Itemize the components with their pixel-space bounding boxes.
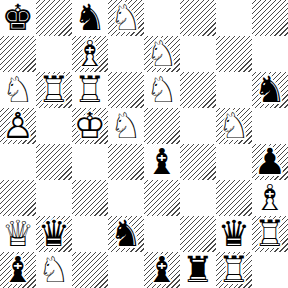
square-h4[interactable]: ♟♟ — [252, 144, 288, 180]
square-c2[interactable] — [72, 216, 108, 252]
piece-black-queen-g2[interactable]: ♛ — [216, 216, 252, 252]
square-b2[interactable]: ♛♛ — [36, 216, 72, 252]
piece-backing: ♚ — [0, 0, 36, 36]
square-b3[interactable] — [36, 180, 72, 216]
square-a7[interactable] — [0, 36, 36, 72]
square-e6[interactable]: ♞♘ — [144, 72, 180, 108]
square-c1[interactable] — [72, 252, 108, 288]
square-a3[interactable] — [0, 180, 36, 216]
square-d4[interactable] — [108, 144, 144, 180]
piece-backing: ♞ — [108, 0, 144, 36]
square-g5[interactable]: ♞♘ — [216, 108, 252, 144]
square-g2[interactable]: ♛♛ — [216, 216, 252, 252]
square-d2[interactable]: ♞♞ — [108, 216, 144, 252]
square-b6[interactable]: ♜♖ — [36, 72, 72, 108]
square-e3[interactable] — [144, 180, 180, 216]
square-h1[interactable] — [252, 252, 288, 288]
square-f5[interactable] — [180, 108, 216, 144]
piece-backing: ♜ — [36, 72, 72, 108]
piece-backing: ♞ — [72, 0, 108, 36]
square-d7[interactable] — [108, 36, 144, 72]
square-e8[interactable] — [144, 0, 180, 36]
piece-backing: ♞ — [144, 36, 180, 72]
piece-backing: ♝ — [72, 36, 108, 72]
piece-white-pawn-a5[interactable]: ♙ — [0, 108, 36, 144]
piece-white-knight-g5[interactable]: ♘ — [216, 108, 252, 144]
piece-backing: ♟ — [252, 144, 288, 180]
square-d8[interactable]: ♞♘ — [108, 0, 144, 36]
square-f8[interactable] — [180, 0, 216, 36]
square-h3[interactable]: ♝♗ — [252, 180, 288, 216]
piece-black-bishop-a1[interactable]: ♝ — [0, 252, 36, 288]
square-f1[interactable]: ♜♜ — [180, 252, 216, 288]
square-a4[interactable] — [0, 144, 36, 180]
square-g1[interactable]: ♜♖ — [216, 252, 252, 288]
square-b5[interactable] — [36, 108, 72, 144]
square-a6[interactable]: ♞♘ — [0, 72, 36, 108]
square-a8[interactable]: ♚♚ — [0, 0, 36, 36]
piece-backing: ♛ — [36, 216, 72, 252]
piece-backing: ♛ — [216, 216, 252, 252]
piece-black-king-a8[interactable]: ♚ — [0, 0, 36, 36]
square-c6[interactable]: ♜♖ — [72, 72, 108, 108]
square-b8[interactable] — [36, 0, 72, 36]
square-g4[interactable] — [216, 144, 252, 180]
piece-backing: ♞ — [216, 108, 252, 144]
piece-black-rook-f1[interactable]: ♜ — [180, 252, 216, 288]
square-c4[interactable] — [72, 144, 108, 180]
square-a5[interactable]: ♟♙ — [0, 108, 36, 144]
piece-backing: ♞ — [36, 252, 72, 288]
piece-backing: ♟ — [0, 108, 36, 144]
square-e2[interactable] — [144, 216, 180, 252]
square-g8[interactable] — [216, 0, 252, 36]
piece-backing: ♞ — [0, 72, 36, 108]
square-h6[interactable]: ♞♞ — [252, 72, 288, 108]
piece-backing: ♚ — [72, 108, 108, 144]
piece-white-knight-a6[interactable]: ♘ — [0, 72, 36, 108]
piece-white-queen-a2[interactable]: ♕ — [0, 216, 36, 252]
piece-backing: ♝ — [0, 252, 36, 288]
piece-backing: ♜ — [180, 252, 216, 288]
piece-white-bishop-c7[interactable]: ♗ — [72, 36, 108, 72]
square-b7[interactable] — [36, 36, 72, 72]
piece-backing: ♜ — [72, 72, 108, 108]
square-d3[interactable] — [108, 180, 144, 216]
piece-white-knight-d5[interactable]: ♘ — [108, 108, 144, 144]
square-g3[interactable] — [216, 180, 252, 216]
piece-white-rook-c6[interactable]: ♖ — [72, 72, 108, 108]
square-h7[interactable] — [252, 36, 288, 72]
square-e5[interactable] — [144, 108, 180, 144]
square-f4[interactable] — [180, 144, 216, 180]
square-f3[interactable] — [180, 180, 216, 216]
square-d5[interactable]: ♞♘ — [108, 108, 144, 144]
square-f7[interactable] — [180, 36, 216, 72]
square-e1[interactable]: ♝♝ — [144, 252, 180, 288]
square-g7[interactable] — [216, 36, 252, 72]
piece-black-knight-h6[interactable]: ♞ — [252, 72, 288, 108]
square-e4[interactable]: ♝♝ — [144, 144, 180, 180]
piece-white-knight-e7[interactable]: ♘ — [144, 36, 180, 72]
piece-backing: ♞ — [144, 72, 180, 108]
piece-black-bishop-e1[interactable]: ♝ — [144, 252, 180, 288]
square-c8[interactable]: ♞♞ — [72, 0, 108, 36]
piece-backing: ♞ — [108, 216, 144, 252]
piece-white-knight-e6[interactable]: ♘ — [144, 72, 180, 108]
piece-black-queen-b2[interactable]: ♛ — [36, 216, 72, 252]
piece-black-knight-c8[interactable]: ♞ — [72, 0, 108, 36]
piece-backing: ♞ — [108, 108, 144, 144]
piece-white-rook-h2[interactable]: ♖ — [252, 216, 288, 252]
piece-white-rook-g1[interactable]: ♖ — [216, 252, 252, 288]
piece-backing: ♞ — [252, 72, 288, 108]
square-f2[interactable] — [180, 216, 216, 252]
square-b1[interactable]: ♞♘ — [36, 252, 72, 288]
piece-black-knight-d2[interactable]: ♞ — [108, 216, 144, 252]
piece-backing: ♛ — [0, 216, 36, 252]
square-h8[interactable] — [252, 0, 288, 36]
square-c7[interactable]: ♝♗ — [72, 36, 108, 72]
square-h2[interactable]: ♜♖ — [252, 216, 288, 252]
piece-white-bishop-h3[interactable]: ♗ — [252, 180, 288, 216]
square-h5[interactable] — [252, 108, 288, 144]
piece-white-king-c5[interactable]: ♔ — [72, 108, 108, 144]
piece-white-knight-b1[interactable]: ♘ — [36, 252, 72, 288]
square-f6[interactable] — [180, 72, 216, 108]
square-d1[interactable] — [108, 252, 144, 288]
piece-backing: ♝ — [144, 144, 180, 180]
chess-board: ♚♚♞♞♞♘♝♗♞♘♞♘♜♖♜♖♞♘♞♞♟♙♚♔♞♘♞♘♝♝♟♟♝♗♛♕♛♛♞♞… — [0, 0, 288, 288]
square-d6[interactable] — [108, 72, 144, 108]
square-g6[interactable] — [216, 72, 252, 108]
square-b4[interactable] — [36, 144, 72, 180]
square-c3[interactable] — [72, 180, 108, 216]
piece-backing: ♝ — [144, 252, 180, 288]
piece-white-knight-d8[interactable]: ♘ — [108, 0, 144, 36]
piece-backing: ♝ — [252, 180, 288, 216]
square-a1[interactable]: ♝♝ — [0, 252, 36, 288]
square-c5[interactable]: ♚♔ — [72, 108, 108, 144]
piece-black-bishop-e4[interactable]: ♝ — [144, 144, 180, 180]
piece-white-rook-b6[interactable]: ♖ — [36, 72, 72, 108]
square-a2[interactable]: ♛♕ — [0, 216, 36, 252]
piece-backing: ♜ — [216, 252, 252, 288]
piece-black-pawn-h4[interactable]: ♟ — [252, 144, 288, 180]
piece-backing: ♜ — [252, 216, 288, 252]
square-e7[interactable]: ♞♘ — [144, 36, 180, 72]
